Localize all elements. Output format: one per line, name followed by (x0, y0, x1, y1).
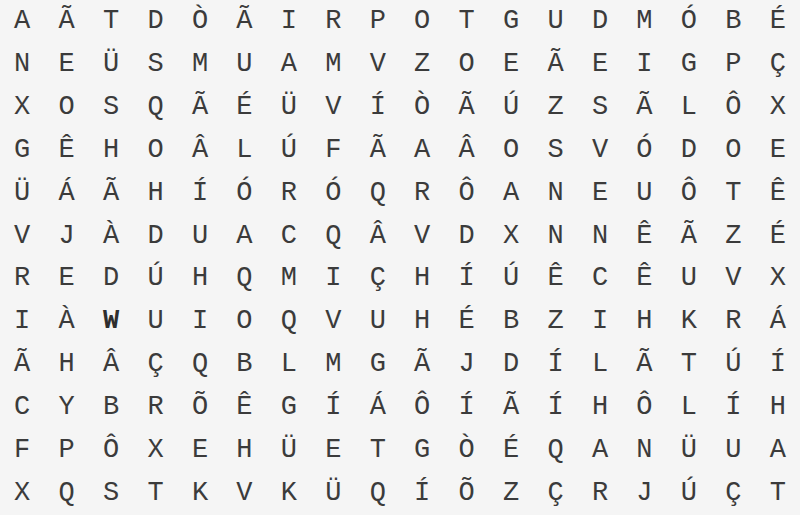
grid-cell[interactable]: Â (178, 129, 222, 172)
grid-cell[interactable]: Ü (667, 429, 711, 472)
grid-cell[interactable]: Ê (622, 215, 666, 258)
grid-cell[interactable]: H (133, 172, 177, 215)
grid-cell[interactable]: Ü (311, 472, 355, 515)
grid-cell[interactable]: É (756, 0, 800, 43)
grid-cell[interactable]: A (756, 429, 800, 472)
grid-cell[interactable]: É (222, 86, 266, 129)
grid-cell[interactable]: E (489, 43, 533, 86)
grid-cell[interactable]: Ç (756, 43, 800, 86)
grid-cell[interactable]: Ã (222, 0, 266, 43)
grid-cell[interactable]: Í (444, 386, 488, 429)
grid-cell[interactable]: V (578, 129, 622, 172)
grid-cell[interactable]: Ã (0, 343, 44, 386)
grid-cell[interactable]: G (400, 429, 444, 472)
grid-cell[interactable]: N (622, 429, 666, 472)
grid-cell[interactable]: Ê (533, 258, 577, 301)
grid-cell[interactable]: A (0, 0, 44, 43)
grid-cell[interactable]: Q (222, 258, 266, 301)
grid-cell[interactable]: Y (44, 386, 88, 429)
grid-cell[interactable]: L (667, 386, 711, 429)
grid-cell[interactable]: Ã (444, 86, 488, 129)
grid-cell[interactable]: À (44, 300, 88, 343)
grid-cell[interactable]: É (444, 300, 488, 343)
grid-cell[interactable]: S (133, 43, 177, 86)
grid-cell[interactable]: G (489, 0, 533, 43)
grid-cell[interactable]: L (222, 129, 266, 172)
grid-cell[interactable]: Ò (444, 429, 488, 472)
grid-cell[interactable]: M (622, 0, 666, 43)
grid-cell[interactable]: Ô (89, 429, 133, 472)
grid-cell[interactable]: Ü (267, 86, 311, 129)
grid-cell[interactable]: H (178, 258, 222, 301)
grid-cell[interactable]: S (578, 86, 622, 129)
grid-cell[interactable]: U (222, 43, 266, 86)
grid-cell[interactable]: Ã (489, 386, 533, 429)
grid-cell[interactable]: D (444, 215, 488, 258)
grid-cell[interactable]: X (0, 86, 44, 129)
grid-cell[interactable]: X (756, 258, 800, 301)
grid-cell[interactable]: X (489, 215, 533, 258)
grid-cell[interactable]: Á (44, 172, 88, 215)
grid-cell[interactable]: F (311, 129, 355, 172)
grid-cell[interactable]: B (489, 300, 533, 343)
grid-cell[interactable]: T (711, 172, 755, 215)
word-search-grid: AÃTDÒÃIRPOTGUDMÓBÉNEÜSMUAMVZOEÃEIGPÇXOSQ… (0, 0, 800, 515)
grid-cell[interactable]: D (578, 0, 622, 43)
grid-cell[interactable]: Ú (489, 86, 533, 129)
grid-cell[interactable]: Ã (44, 0, 88, 43)
grid-cell[interactable]: J (444, 343, 488, 386)
grid-cell[interactable]: Õ (444, 472, 488, 515)
grid-cell[interactable]: M (178, 43, 222, 86)
grid-cell[interactable]: Ã (178, 86, 222, 129)
grid-cell[interactable]: Ã (622, 86, 666, 129)
grid-cell[interactable]: Ó (667, 0, 711, 43)
grid-cell[interactable]: R (267, 172, 311, 215)
grid-cell[interactable]: Ô (711, 86, 755, 129)
grid-cell[interactable]: T (89, 0, 133, 43)
grid-cell[interactable]: Ã (667, 215, 711, 258)
grid-cell[interactable]: A (489, 172, 533, 215)
grid-cell[interactable]: D (667, 129, 711, 172)
grid-cell[interactable]: N (0, 43, 44, 86)
grid-cell[interactable]: Ü (0, 172, 44, 215)
grid-cell[interactable]: I (578, 300, 622, 343)
grid-cell[interactable]: S (89, 86, 133, 129)
grid-cell[interactable]: T (667, 343, 711, 386)
grid-cell[interactable]: H (89, 129, 133, 172)
grid-cell[interactable]: Í (178, 172, 222, 215)
grid-cell[interactable]: U (711, 429, 755, 472)
grid-cell[interactable]: K (178, 472, 222, 515)
grid-cell[interactable]: D (489, 343, 533, 386)
grid-cell[interactable]: V (222, 472, 266, 515)
grid-cell[interactable]: Q (356, 172, 400, 215)
grid-cell[interactable]: C (0, 386, 44, 429)
grid-cell[interactable]: Í (444, 258, 488, 301)
grid-cell[interactable]: Q (133, 86, 177, 129)
grid-cell[interactable]: O (489, 129, 533, 172)
grid-cell[interactable]: P (44, 429, 88, 472)
grid-cell[interactable]: Ü (89, 43, 133, 86)
grid-cell[interactable]: Z (489, 472, 533, 515)
grid-cell[interactable]: Ã (89, 172, 133, 215)
grid-cell[interactable]: H (400, 258, 444, 301)
grid-cell[interactable]: É (756, 215, 800, 258)
grid-cell[interactable]: Ê (222, 386, 266, 429)
grid-cell[interactable]: G (356, 343, 400, 386)
grid-cell[interactable]: O (133, 129, 177, 172)
grid-cell[interactable]: Ê (44, 129, 88, 172)
grid-cell[interactable]: M (311, 43, 355, 86)
grid-cell[interactable]: K (267, 472, 311, 515)
grid-cell[interactable]: R (711, 300, 755, 343)
grid-cell[interactable]: Ã (356, 129, 400, 172)
grid-cell[interactable]: E (311, 429, 355, 472)
grid-cell[interactable]: R (578, 472, 622, 515)
grid-cell[interactable]: Ê (756, 172, 800, 215)
grid-cell[interactable]: Í (311, 386, 355, 429)
grid-cell[interactable]: E (578, 43, 622, 86)
grid-cell[interactable]: R (311, 0, 355, 43)
grid-cell[interactable]: Á (756, 300, 800, 343)
grid-cell[interactable]: E (44, 258, 88, 301)
grid-cell[interactable]: Á (356, 386, 400, 429)
grid-cell[interactable]: W (89, 300, 133, 343)
grid-cell[interactable]: Ú (489, 258, 533, 301)
grid-cell[interactable]: G (667, 43, 711, 86)
grid-cell[interactable]: V (400, 215, 444, 258)
grid-cell[interactable]: Í (533, 343, 577, 386)
grid-cell[interactable]: N (533, 215, 577, 258)
grid-cell[interactable]: Ô (444, 172, 488, 215)
grid-cell[interactable]: P (356, 0, 400, 43)
grid-cell[interactable]: Ó (622, 129, 666, 172)
grid-cell[interactable]: H (622, 300, 666, 343)
grid-cell[interactable]: E (756, 129, 800, 172)
grid-cell[interactable]: O (444, 43, 488, 86)
grid-cell[interactable]: Ü (267, 429, 311, 472)
grid-cell[interactable]: E (578, 172, 622, 215)
grid-cell[interactable]: Í (533, 386, 577, 429)
grid-cell[interactable]: Ú (267, 129, 311, 172)
grid-cell[interactable]: Ç (133, 343, 177, 386)
grid-cell[interactable]: R (400, 172, 444, 215)
grid-cell[interactable]: A (578, 429, 622, 472)
grid-cell[interactable]: X (133, 429, 177, 472)
grid-cell[interactable]: Ô (400, 386, 444, 429)
grid-cell[interactable]: Ò (400, 86, 444, 129)
grid-cell[interactable]: I (622, 43, 666, 86)
grid-cell[interactable]: V (0, 215, 44, 258)
grid-cell[interactable]: Ó (222, 172, 266, 215)
grid-cell[interactable]: R (0, 258, 44, 301)
grid-cell[interactable]: Ú (667, 472, 711, 515)
grid-cell[interactable]: Ã (622, 343, 666, 386)
grid-cell[interactable]: H (44, 343, 88, 386)
grid-cell[interactable]: Í (400, 472, 444, 515)
grid-cell[interactable]: D (133, 0, 177, 43)
grid-cell[interactable]: Z (400, 43, 444, 86)
grid-cell[interactable]: I (267, 0, 311, 43)
grid-cell[interactable]: Ô (667, 172, 711, 215)
grid-cell[interactable]: Ç (711, 472, 755, 515)
grid-cell[interactable]: B (711, 0, 755, 43)
grid-cell[interactable]: O (222, 300, 266, 343)
grid-cell[interactable]: M (267, 258, 311, 301)
grid-cell[interactable]: Q (356, 472, 400, 515)
grid-cell[interactable]: I (0, 300, 44, 343)
grid-cell[interactable]: Ê (622, 258, 666, 301)
grid-cell[interactable]: J (44, 215, 88, 258)
grid-cell[interactable]: L (267, 343, 311, 386)
grid-cell[interactable]: H (222, 429, 266, 472)
grid-cell[interactable]: U (622, 172, 666, 215)
grid-cell[interactable]: Í (756, 343, 800, 386)
grid-cell[interactable]: D (133, 215, 177, 258)
grid-cell[interactable]: Ç (533, 472, 577, 515)
grid-cell[interactable]: E (178, 429, 222, 472)
grid-cell[interactable]: Q (178, 343, 222, 386)
grid-cell[interactable]: J (622, 472, 666, 515)
grid-cell[interactable]: Ú (711, 343, 755, 386)
grid-cell[interactable]: Ã (533, 43, 577, 86)
grid-cell[interactable]: A (267, 43, 311, 86)
grid-cell[interactable]: G (267, 386, 311, 429)
grid-cell[interactable]: Q (311, 215, 355, 258)
grid-cell[interactable]: G (0, 129, 44, 172)
grid-cell[interactable]: V (711, 258, 755, 301)
grid-cell[interactable]: C (578, 258, 622, 301)
grid-cell[interactable]: U (133, 300, 177, 343)
grid-cell[interactable]: V (311, 300, 355, 343)
grid-cell[interactable]: É (489, 429, 533, 472)
grid-cell[interactable]: O (44, 86, 88, 129)
grid-cell[interactable]: S (533, 129, 577, 172)
grid-cell[interactable]: Z (533, 300, 577, 343)
grid-cell[interactable]: V (311, 86, 355, 129)
grid-cell[interactable]: Ã (400, 343, 444, 386)
grid-cell[interactable]: Ò (178, 0, 222, 43)
grid-cell[interactable]: D (89, 258, 133, 301)
grid-cell[interactable]: T (356, 429, 400, 472)
grid-cell[interactable]: L (667, 86, 711, 129)
grid-cell[interactable]: Â (444, 129, 488, 172)
grid-cell[interactable]: E (44, 43, 88, 86)
grid-cell[interactable]: Q (267, 300, 311, 343)
grid-cell[interactable]: T (756, 472, 800, 515)
grid-cell[interactable]: S (89, 472, 133, 515)
grid-cell[interactable]: N (578, 215, 622, 258)
grid-cell[interactable]: Ú (133, 258, 177, 301)
grid-cell[interactable]: R (133, 386, 177, 429)
grid-cell[interactable]: Z (711, 215, 755, 258)
grid-cell[interactable]: Q (44, 472, 88, 515)
grid-cell[interactable]: Í (356, 86, 400, 129)
grid-cell[interactable]: I (178, 300, 222, 343)
grid-cell[interactable]: K (667, 300, 711, 343)
grid-cell[interactable]: P (711, 43, 755, 86)
grid-cell[interactable]: A (222, 215, 266, 258)
grid-cell[interactable]: O (400, 0, 444, 43)
grid-cell[interactable]: X (756, 86, 800, 129)
grid-cell[interactable]: U (667, 258, 711, 301)
grid-cell[interactable]: F (0, 429, 44, 472)
grid-cell[interactable]: C (267, 215, 311, 258)
grid-cell[interactable]: Â (89, 343, 133, 386)
grid-cell[interactable]: Í (711, 386, 755, 429)
grid-cell[interactable]: M (311, 343, 355, 386)
grid-cell[interactable]: T (133, 472, 177, 515)
grid-cell[interactable]: U (178, 215, 222, 258)
grid-cell[interactable]: B (222, 343, 266, 386)
grid-cell[interactable]: Ó (311, 172, 355, 215)
grid-cell[interactable]: B (89, 386, 133, 429)
grid-cell[interactable]: Õ (178, 386, 222, 429)
grid-cell[interactable]: T (444, 0, 488, 43)
grid-cell[interactable]: U (356, 300, 400, 343)
grid-cell[interactable]: Q (533, 429, 577, 472)
grid-cell[interactable]: Â (356, 215, 400, 258)
grid-cell[interactable]: I (311, 258, 355, 301)
grid-cell[interactable]: H (400, 300, 444, 343)
grid-cell[interactable]: H (578, 386, 622, 429)
grid-cell[interactable]: V (356, 43, 400, 86)
grid-cell[interactable]: X (0, 472, 44, 515)
grid-cell[interactable]: L (578, 343, 622, 386)
grid-cell[interactable]: H (756, 386, 800, 429)
grid-cell[interactable]: À (89, 215, 133, 258)
grid-cell[interactable]: A (400, 129, 444, 172)
grid-cell[interactable]: Ô (622, 386, 666, 429)
grid-cell[interactable]: N (533, 172, 577, 215)
grid-cell[interactable]: Z (533, 86, 577, 129)
grid-cell[interactable]: Ç (356, 258, 400, 301)
grid-cell[interactable]: U (533, 0, 577, 43)
grid-cell[interactable]: O (711, 129, 755, 172)
